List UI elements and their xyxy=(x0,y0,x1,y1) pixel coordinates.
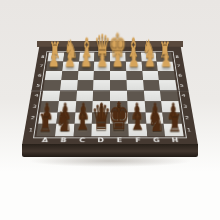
rank-label-right-2: 2 xyxy=(180,112,194,124)
piece-light-pawn: ♟ xyxy=(144,50,156,70)
square-g5 xyxy=(143,80,160,90)
square-b1: ♞ xyxy=(55,124,74,136)
rank-label-right-4: 4 xyxy=(177,91,190,102)
square-f4 xyxy=(127,91,145,102)
rank-label-left-5: 5 xyxy=(32,80,45,90)
box-front-face xyxy=(22,144,198,157)
square-f6 xyxy=(126,71,143,81)
square-e3 xyxy=(110,101,128,112)
square-c7: ♟ xyxy=(78,61,94,70)
square-f2: ♟ xyxy=(128,112,146,124)
square-d1: ♛ xyxy=(92,124,110,136)
rank-label-left-2: 2 xyxy=(26,112,40,124)
product-photo-scene: ♜♞♝♛♚♝♞♜♟♟♟♟♟♟♟♟♟♟♟♟♟♟♟♟♜♞♝♛♚♝♞♜ ABCDEFG… xyxy=(0,0,220,220)
square-g6 xyxy=(142,71,159,81)
square-d8: ♛ xyxy=(94,53,110,62)
square-a7: ♟ xyxy=(46,61,63,70)
square-g8: ♞ xyxy=(141,53,157,62)
rank-label-right-5: 5 xyxy=(175,80,188,90)
piece-dark-pawn: ♟ xyxy=(112,100,125,123)
piece-light-pawn: ♟ xyxy=(80,50,92,70)
rank-label-left-8: 8 xyxy=(37,53,49,62)
square-b3 xyxy=(57,101,75,112)
piece-dark-pawn: ♟ xyxy=(148,100,161,123)
square-a3 xyxy=(40,101,59,112)
piece-light-knight: ♞ xyxy=(142,36,156,61)
square-b5 xyxy=(60,80,77,90)
square-g4 xyxy=(143,91,161,102)
square-h7: ♟ xyxy=(157,61,174,70)
square-a1: ♜ xyxy=(36,124,56,136)
piece-light-rook: ♜ xyxy=(159,40,171,61)
square-e4 xyxy=(110,91,127,102)
piece-dark-pawn: ♟ xyxy=(77,100,90,123)
square-h6 xyxy=(158,71,175,81)
square-c6 xyxy=(77,71,94,81)
rank-label-left-7: 7 xyxy=(35,61,47,70)
piece-dark-pawn: ♟ xyxy=(41,100,54,123)
square-a5 xyxy=(43,80,61,90)
square-f5 xyxy=(126,80,143,90)
piece-light-queen: ♛ xyxy=(94,31,111,61)
square-a8: ♜ xyxy=(47,53,64,62)
piece-dark-bishop: ♝ xyxy=(129,105,147,136)
square-g7: ♟ xyxy=(141,61,158,70)
piece-dark-rook: ♜ xyxy=(39,110,53,135)
square-d2: ♟ xyxy=(92,112,110,124)
piece-light-pawn: ♟ xyxy=(112,50,124,70)
rank-labels-left: 87654321 xyxy=(24,53,49,137)
square-e2: ♟ xyxy=(110,112,128,124)
piece-dark-knight: ♞ xyxy=(56,106,73,135)
square-d6 xyxy=(94,71,110,81)
piece-light-rook: ♜ xyxy=(49,40,61,61)
piece-dark-king: ♚ xyxy=(108,97,130,135)
square-h2: ♟ xyxy=(163,112,182,124)
piece-light-king: ♚ xyxy=(109,29,127,61)
rank-label-right-6: 6 xyxy=(174,71,187,81)
square-e5 xyxy=(110,80,127,90)
square-a2: ♟ xyxy=(38,112,57,124)
square-b6 xyxy=(61,71,78,81)
piece-light-bishop: ♝ xyxy=(79,35,94,61)
square-c1: ♝ xyxy=(73,124,92,136)
piece-dark-bishop: ♝ xyxy=(74,105,92,136)
square-d7: ♟ xyxy=(94,61,110,70)
square-b2: ♟ xyxy=(56,112,75,124)
square-h4 xyxy=(160,91,178,102)
rank-label-left-4: 4 xyxy=(30,91,43,102)
piece-light-bishop: ♝ xyxy=(126,35,141,61)
square-h1: ♜ xyxy=(164,124,184,136)
piece-dark-pawn: ♟ xyxy=(95,100,108,123)
square-d5 xyxy=(93,80,110,90)
square-b8: ♞ xyxy=(63,53,79,62)
square-c3 xyxy=(75,101,93,112)
piece-dark-queen: ♛ xyxy=(91,100,111,135)
square-f7: ♟ xyxy=(126,61,142,70)
square-f3 xyxy=(127,101,145,112)
rank-label-right-1: 1 xyxy=(182,124,197,136)
piece-dark-rook: ♜ xyxy=(167,110,181,135)
board-grid: ♜♞♝♛♚♝♞♜♟♟♟♟♟♟♟♟♟♟♟♟♟♟♟♟♜♞♝♛♚♝♞♜ xyxy=(36,53,183,137)
square-h3 xyxy=(161,101,180,112)
piece-dark-pawn: ♟ xyxy=(59,100,72,123)
square-b4 xyxy=(59,91,77,102)
square-d3 xyxy=(92,101,110,112)
chess-board: ♜♞♝♛♚♝♞♜♟♟♟♟♟♟♟♟♟♟♟♟♟♟♟♟♜♞♝♛♚♝♞♜ ABCDEFG… xyxy=(22,47,198,145)
rank-label-right-7: 7 xyxy=(173,61,185,70)
square-g1: ♞ xyxy=(146,124,165,136)
piece-dark-pawn: ♟ xyxy=(166,100,179,123)
rank-labels-right: 87654321 xyxy=(171,53,196,137)
square-e7: ♟ xyxy=(110,61,126,70)
square-a4 xyxy=(42,91,60,102)
square-b7: ♟ xyxy=(62,61,79,70)
square-a6 xyxy=(45,71,62,81)
square-h5 xyxy=(159,80,177,90)
rank-label-left-3: 3 xyxy=(28,101,42,112)
rank-label-right-8: 8 xyxy=(171,53,183,62)
piece-dark-pawn: ♟ xyxy=(130,100,143,123)
square-e8: ♚ xyxy=(110,53,126,62)
square-f1: ♝ xyxy=(128,124,147,136)
square-h8: ♜ xyxy=(156,53,173,62)
square-d4 xyxy=(93,91,110,102)
chess-box: ♜♞♝♛♚♝♞♜♟♟♟♟♟♟♟♟♟♟♟♟♟♟♟♟♜♞♝♛♚♝♞♜ ABCDEFG… xyxy=(22,0,198,145)
rank-label-left-1: 1 xyxy=(24,124,39,136)
square-c8: ♝ xyxy=(79,53,95,62)
square-c4 xyxy=(76,91,94,102)
piece-light-pawn: ♟ xyxy=(48,50,60,70)
square-e6 xyxy=(110,71,126,81)
square-f8: ♝ xyxy=(125,53,141,62)
square-c5 xyxy=(77,80,94,90)
piece-light-pawn: ♟ xyxy=(160,50,172,70)
square-c2: ♟ xyxy=(74,112,92,124)
rank-label-left-6: 6 xyxy=(33,71,46,81)
piece-light-pawn: ♟ xyxy=(64,50,76,70)
square-g2: ♟ xyxy=(145,112,164,124)
piece-dark-knight: ♞ xyxy=(148,106,165,135)
piece-light-pawn: ♟ xyxy=(128,50,140,70)
square-e1: ♚ xyxy=(110,124,128,136)
piece-light-knight: ♞ xyxy=(64,36,78,61)
fold-seam xyxy=(31,90,188,92)
rank-label-right-3: 3 xyxy=(178,101,192,112)
piece-light-pawn: ♟ xyxy=(96,50,108,70)
square-g3 xyxy=(144,101,162,112)
